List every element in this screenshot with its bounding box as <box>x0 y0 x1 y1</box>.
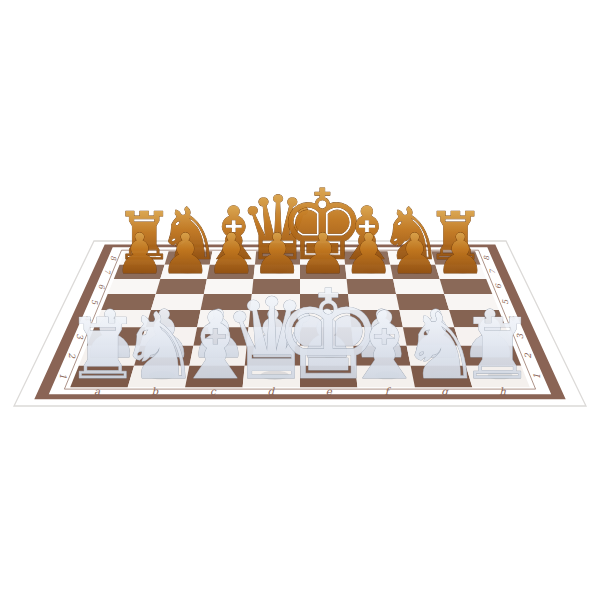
rank-label-7-left: 7 <box>103 269 112 275</box>
rank-label-7-right: 7 <box>488 268 497 274</box>
rank-label-6-right: 6 <box>495 283 504 289</box>
piece-amber-pawn-b7[interactable]: ♟ <box>160 221 210 286</box>
product-photo-stage: aabbccddeeffgghh1122334455667788♜♞♝♛♚♝♞♜… <box>0 0 600 600</box>
piece-amber-pawn-g7[interactable]: ♟ <box>390 221 440 286</box>
piece-amber-pawn-a7[interactable]: ♟ <box>115 221 165 286</box>
chess-board: aabbccddeeffgghh1122334455667788♜♞♝♛♚♝♞♜… <box>0 0 600 600</box>
piece-clear-rook-h1[interactable]: ♜ <box>460 300 535 398</box>
piece-amber-pawn-h7[interactable]: ♟ <box>435 221 485 286</box>
rank-label-6-left: 6 <box>97 284 106 290</box>
